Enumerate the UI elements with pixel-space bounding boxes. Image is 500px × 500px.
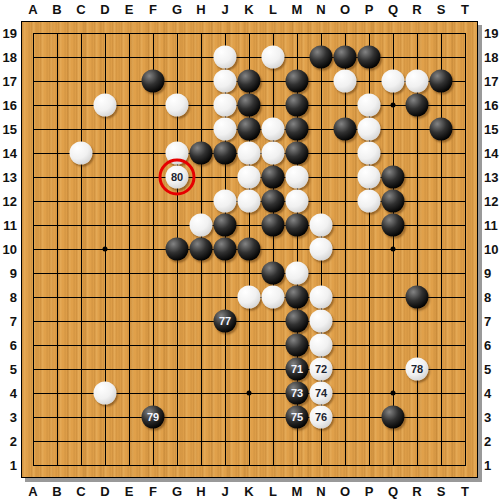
board-cell [177, 345, 201, 369]
board-cell [225, 81, 249, 105]
board-cell [33, 177, 57, 201]
board-cell [273, 369, 297, 393]
board-cell [177, 105, 201, 129]
board-cell [57, 201, 81, 225]
board-cell [369, 225, 393, 249]
board-cell [105, 57, 129, 81]
column-label-top: R [412, 2, 421, 17]
board-cell [345, 417, 369, 441]
board-cell [369, 201, 393, 225]
board-cell [249, 249, 273, 273]
board-cell [81, 273, 105, 297]
row-label-right: 8 [484, 290, 491, 305]
board-cell [153, 369, 177, 393]
column-label-bottom: E [125, 484, 134, 499]
board-cell [129, 249, 153, 273]
board-cell [321, 105, 345, 129]
board-cell [201, 33, 225, 57]
row-label-right: 4 [484, 386, 491, 401]
board-cell [393, 57, 417, 81]
board-cell [225, 201, 249, 225]
board-cell [249, 81, 273, 105]
board-cell [441, 273, 465, 297]
row-label-left: 6 [10, 338, 17, 353]
board-grid-lines [33, 33, 466, 466]
board-cell [201, 393, 225, 417]
board-cell [33, 441, 57, 465]
row-label-right: 11 [484, 218, 498, 233]
row-label-left: 19 [3, 26, 17, 41]
board-cell [249, 441, 273, 465]
board-cell [105, 33, 129, 57]
board-cell [273, 177, 297, 201]
row-label-right: 1 [484, 458, 491, 473]
board-cell [417, 369, 441, 393]
board-cell [57, 297, 81, 321]
board-cell [177, 81, 201, 105]
board-cell [177, 297, 201, 321]
board-cell [297, 249, 321, 273]
board-cell [129, 177, 153, 201]
row-label-left: 4 [10, 386, 17, 401]
board-cell [105, 153, 129, 177]
board-cell [105, 129, 129, 153]
board-cell [225, 249, 249, 273]
board-cell [105, 249, 129, 273]
row-label-right: 18 [484, 50, 498, 65]
board-cell [417, 105, 441, 129]
board-cell [417, 417, 441, 441]
board-cell [81, 297, 105, 321]
board-cell [273, 105, 297, 129]
board-cell [249, 369, 273, 393]
board-cell [297, 81, 321, 105]
board-cell [369, 57, 393, 81]
board-cell [393, 153, 417, 177]
board-cell [369, 177, 393, 201]
board-cell [129, 225, 153, 249]
board-cell [321, 273, 345, 297]
board-cell [81, 441, 105, 465]
column-label-top: D [100, 2, 109, 17]
column-label-bottom: A [28, 484, 37, 499]
board-cell [153, 33, 177, 57]
go-game-screen: 80777172787374797576 AABBCCDDEEFFGGHHJJK… [0, 0, 500, 500]
board-cell [201, 57, 225, 81]
board-cell [273, 393, 297, 417]
board-cell [297, 369, 321, 393]
board-cell [321, 441, 345, 465]
board-cell [57, 177, 81, 201]
board-cell [105, 225, 129, 249]
board-cell [57, 393, 81, 417]
board-cell [321, 249, 345, 273]
board-cell [321, 393, 345, 417]
row-label-left: 5 [10, 362, 17, 377]
board-cell [369, 441, 393, 465]
board-cell [33, 201, 57, 225]
board-cell [393, 369, 417, 393]
board-cell [129, 393, 153, 417]
board-cell [249, 177, 273, 201]
board-cell [177, 177, 201, 201]
board-cell [297, 153, 321, 177]
board-cell [57, 57, 81, 81]
board-cell [369, 105, 393, 129]
board-cell [273, 225, 297, 249]
board-cell [153, 393, 177, 417]
board-cell [441, 81, 465, 105]
column-label-bottom: R [412, 484, 421, 499]
board-cell [201, 153, 225, 177]
board-cell [57, 345, 81, 369]
board-cell [321, 417, 345, 441]
board-cell [417, 81, 441, 105]
board-cell [177, 369, 201, 393]
board-cell [177, 225, 201, 249]
board-cell [153, 345, 177, 369]
board-cell [345, 249, 369, 273]
board-cell [345, 177, 369, 201]
column-label-bottom: F [149, 484, 157, 499]
go-board[interactable] [21, 21, 478, 478]
board-cell [177, 393, 201, 417]
board-cell [225, 369, 249, 393]
board-cell [57, 441, 81, 465]
board-cell [441, 33, 465, 57]
board-cell [129, 33, 153, 57]
board-cell [33, 273, 57, 297]
board-cell [273, 81, 297, 105]
row-label-right: 16 [484, 98, 498, 113]
board-cell [177, 201, 201, 225]
board-cell [417, 177, 441, 201]
board-cell [297, 225, 321, 249]
board-cell [33, 33, 57, 57]
board-cell [417, 345, 441, 369]
board-cell [321, 369, 345, 393]
board-cell [321, 297, 345, 321]
board-cell [297, 345, 321, 369]
board-cell [345, 345, 369, 369]
column-label-top: T [461, 2, 469, 17]
board-cell [345, 33, 369, 57]
board-cell [81, 417, 105, 441]
board-cell [345, 225, 369, 249]
row-label-left: 14 [3, 146, 17, 161]
board-cell [225, 441, 249, 465]
board-cell [393, 225, 417, 249]
board-cell [441, 417, 465, 441]
board-cell [33, 321, 57, 345]
column-label-top: E [125, 2, 134, 17]
board-cell [81, 33, 105, 57]
board-cell [297, 129, 321, 153]
board-cell [129, 129, 153, 153]
row-label-left: 8 [10, 290, 17, 305]
board-cell [393, 33, 417, 57]
board-cell [273, 249, 297, 273]
board-cell [321, 201, 345, 225]
board-cell [369, 153, 393, 177]
board-cell [393, 321, 417, 345]
board-cell [81, 57, 105, 81]
board-cell [33, 393, 57, 417]
board-cell [273, 273, 297, 297]
column-label-top: A [28, 2, 37, 17]
board-cell [153, 81, 177, 105]
column-label-top: L [269, 2, 277, 17]
board-cell [417, 321, 441, 345]
board-cell [345, 81, 369, 105]
board-cell [249, 57, 273, 81]
row-label-right: 12 [484, 194, 498, 209]
board-cell [297, 177, 321, 201]
board-cell [345, 321, 369, 345]
board-cell [57, 321, 81, 345]
row-label-left: 18 [3, 50, 17, 65]
column-label-bottom: D [100, 484, 109, 499]
board-cell [417, 57, 441, 81]
row-label-right: 10 [484, 242, 498, 257]
board-cell [153, 273, 177, 297]
board-cell [321, 177, 345, 201]
board-cell [441, 297, 465, 321]
board-cell [225, 225, 249, 249]
board-cell [393, 81, 417, 105]
row-label-left: 15 [3, 122, 17, 137]
board-cell [129, 201, 153, 225]
board-cell [273, 129, 297, 153]
board-cell [273, 345, 297, 369]
board-cell [321, 225, 345, 249]
row-label-left: 16 [3, 98, 17, 113]
board-cell [153, 153, 177, 177]
board-cell [225, 153, 249, 177]
board-cell [249, 393, 273, 417]
row-label-right: 14 [484, 146, 498, 161]
board-cell [393, 201, 417, 225]
board-cell [129, 345, 153, 369]
column-label-bottom: S [437, 484, 446, 499]
board-cell [369, 81, 393, 105]
board-cell [321, 153, 345, 177]
board-cell [441, 57, 465, 81]
board-cell [321, 321, 345, 345]
board-cell [393, 249, 417, 273]
board-cell [81, 105, 105, 129]
board-cell [105, 177, 129, 201]
board-cell [345, 153, 369, 177]
row-label-right: 2 [484, 434, 491, 449]
board-cell [153, 417, 177, 441]
board-cell [369, 129, 393, 153]
board-cell [129, 153, 153, 177]
board-cell [33, 345, 57, 369]
board-cell [249, 225, 273, 249]
board-cell [81, 249, 105, 273]
row-label-left: 17 [3, 74, 17, 89]
board-cell [177, 273, 201, 297]
board-cell [81, 177, 105, 201]
board-cell [201, 321, 225, 345]
column-label-top: S [437, 2, 446, 17]
board-cell [225, 33, 249, 57]
column-label-top: B [52, 2, 61, 17]
board-cell [33, 129, 57, 153]
board-cell [33, 297, 57, 321]
board-cell [153, 297, 177, 321]
board-cell [273, 417, 297, 441]
column-label-bottom: M [292, 484, 303, 499]
board-cell [417, 249, 441, 273]
board-cell [105, 369, 129, 393]
board-cell [297, 273, 321, 297]
column-label-top: P [365, 2, 374, 17]
board-cell [225, 57, 249, 81]
board-cell [417, 393, 441, 417]
column-label-top: Q [388, 2, 398, 17]
board-cell [153, 177, 177, 201]
board-cell [321, 33, 345, 57]
row-label-right: 9 [484, 266, 491, 281]
board-cell [249, 273, 273, 297]
board-cell [441, 369, 465, 393]
column-label-bottom: B [52, 484, 61, 499]
board-cell [201, 345, 225, 369]
board-cell [417, 225, 441, 249]
board-cell [393, 441, 417, 465]
board-cell [33, 249, 57, 273]
column-label-top: H [196, 2, 205, 17]
column-label-bottom: H [196, 484, 205, 499]
board-cell [369, 417, 393, 441]
board-cell [105, 417, 129, 441]
board-cell [177, 249, 201, 273]
board-cell [201, 201, 225, 225]
board-cell [321, 57, 345, 81]
board-cell [345, 105, 369, 129]
board-cell [273, 201, 297, 225]
row-label-left: 10 [3, 242, 17, 257]
board-cell [273, 321, 297, 345]
column-label-bottom: Q [388, 484, 398, 499]
board-cell [345, 201, 369, 225]
board-cell [345, 441, 369, 465]
board-cell [369, 297, 393, 321]
board-cell [345, 297, 369, 321]
board-cell [153, 441, 177, 465]
board-cell [369, 249, 393, 273]
column-label-bottom: T [461, 484, 469, 499]
board-cell [81, 345, 105, 369]
board-cell [393, 417, 417, 441]
board-cell [57, 417, 81, 441]
board-cell [129, 273, 153, 297]
column-label-bottom: N [316, 484, 325, 499]
column-label-top: F [149, 2, 157, 17]
board-cell [345, 273, 369, 297]
row-label-right: 13 [484, 170, 498, 185]
board-cell [297, 57, 321, 81]
board-cell [129, 369, 153, 393]
board-cell [417, 441, 441, 465]
board-cell [105, 297, 129, 321]
board-cell [273, 33, 297, 57]
board-cell [57, 249, 81, 273]
board-cell [273, 153, 297, 177]
column-label-top: M [292, 2, 303, 17]
board-cell [177, 57, 201, 81]
board-cell [417, 33, 441, 57]
board-cell [105, 345, 129, 369]
board-cell [249, 297, 273, 321]
board-cell [297, 33, 321, 57]
board-cell [321, 345, 345, 369]
board-cell [225, 297, 249, 321]
row-label-right: 19 [484, 26, 498, 41]
row-label-right: 15 [484, 122, 498, 137]
board-cell [249, 129, 273, 153]
column-label-bottom: L [269, 484, 277, 499]
board-cell [273, 57, 297, 81]
board-cell [417, 297, 441, 321]
board-cell [417, 153, 441, 177]
row-label-left: 11 [3, 218, 17, 233]
board-cell [225, 345, 249, 369]
board-cell [369, 393, 393, 417]
board-cell [225, 417, 249, 441]
board-cell [201, 177, 225, 201]
column-label-bottom: C [76, 484, 85, 499]
board-cell [225, 321, 249, 345]
board-cell [153, 201, 177, 225]
board-cell [201, 249, 225, 273]
row-label-left: 3 [10, 410, 17, 425]
board-cell [105, 441, 129, 465]
board-cell [369, 345, 393, 369]
board-cell [177, 129, 201, 153]
board-cell [297, 321, 321, 345]
board-cell [225, 129, 249, 153]
board-cell [33, 153, 57, 177]
board-cell [153, 225, 177, 249]
board-cell [129, 105, 153, 129]
board-cell [249, 417, 273, 441]
column-label-bottom: J [221, 484, 228, 499]
board-cell [345, 393, 369, 417]
board-cell [129, 321, 153, 345]
board-cell [105, 393, 129, 417]
board-cell [225, 177, 249, 201]
board-cell [201, 417, 225, 441]
board-cell [273, 297, 297, 321]
board-cell [153, 129, 177, 153]
board-cell [369, 369, 393, 393]
board-cell [297, 105, 321, 129]
row-label-left: 9 [10, 266, 17, 281]
board-cell [81, 81, 105, 105]
board-cell [345, 129, 369, 153]
column-label-top: J [221, 2, 228, 17]
board-cell [249, 201, 273, 225]
board-cell [177, 153, 201, 177]
board-cell [417, 273, 441, 297]
column-label-top: O [340, 2, 350, 17]
board-cell [129, 81, 153, 105]
board-cell [225, 393, 249, 417]
board-cell [369, 321, 393, 345]
